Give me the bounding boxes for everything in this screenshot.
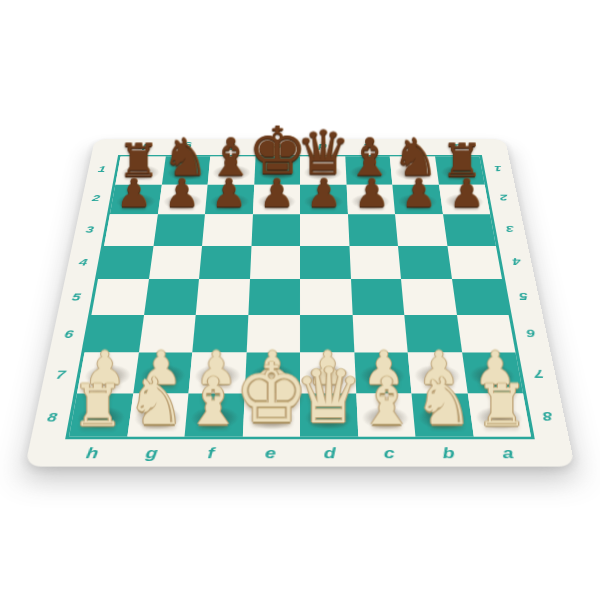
rank-label-right-8: 8 <box>530 395 566 439</box>
rank-label-left-3: 3 <box>75 213 104 245</box>
file-label-bottom-a: a <box>477 442 540 466</box>
file-label-bottom-d: d <box>300 442 360 466</box>
rank-label-left-8: 8 <box>34 395 70 439</box>
piece-black-pawn[interactable]: ♟ <box>401 173 436 212</box>
file-label-top-d: d <box>300 140 345 154</box>
rank-label-left-5: 5 <box>60 279 92 315</box>
square-h3[interactable] <box>104 214 157 245</box>
file-label-bottom-h: h <box>60 442 123 466</box>
rank-label-right-2: 2 <box>490 183 518 213</box>
file-labels-top: hgfedcba <box>118 140 481 154</box>
square-a3[interactable] <box>443 214 496 245</box>
rank-label-right-3: 3 <box>496 213 525 245</box>
file-label-bottom-b: b <box>418 442 480 466</box>
square-c5[interactable] <box>351 279 405 315</box>
square-d4[interactable] <box>300 246 351 279</box>
square-f4[interactable] <box>199 246 251 279</box>
file-label-bottom-g: g <box>120 442 182 466</box>
piece-black-pawn[interactable]: ♟ <box>354 173 389 212</box>
file-label-bottom-c: c <box>359 442 420 466</box>
square-g4[interactable] <box>149 246 203 279</box>
piece-white-rook[interactable]: ♜ <box>476 376 528 434</box>
square-b4[interactable] <box>398 246 452 279</box>
square-h2[interactable]: ♟ <box>110 185 162 215</box>
square-h4[interactable] <box>98 246 153 279</box>
square-b3[interactable] <box>395 214 447 245</box>
square-f2[interactable]: ♟ <box>205 185 254 215</box>
square-b2[interactable]: ♟ <box>392 185 442 215</box>
piece-black-pawn[interactable]: ♟ <box>448 173 483 212</box>
rank-label-left-1: 1 <box>88 155 115 183</box>
rank-label-right-1: 1 <box>485 155 512 183</box>
rank-label-left-4: 4 <box>68 245 98 279</box>
square-d5[interactable] <box>300 279 352 315</box>
piece-white-queen[interactable]: ♛ <box>295 358 364 434</box>
square-g3[interactable] <box>153 214 205 245</box>
piece-black-pawn[interactable]: ♟ <box>306 173 341 212</box>
square-b8[interactable]: ♞ <box>411 393 473 436</box>
piece-black-pawn[interactable]: ♟ <box>259 173 294 212</box>
piece-white-knight[interactable]: ♞ <box>415 370 473 435</box>
file-labels-bottom: hgfedcba <box>60 442 540 466</box>
square-a2[interactable]: ♟ <box>438 185 490 215</box>
square-c2[interactable]: ♟ <box>346 185 395 215</box>
play-grid: ♜♞♝♚♛♝♞♜♟♟♟♟♟♟♟♟♟♟♟♟♟♟♟♟♜♞♝♚♛♝♞♜ <box>65 155 535 439</box>
square-e8[interactable]: ♚ <box>242 393 300 436</box>
square-f3[interactable] <box>202 214 252 245</box>
piece-white-rook[interactable]: ♜ <box>72 376 124 434</box>
rank-label-left-6: 6 <box>52 315 85 354</box>
file-label-bottom-f: f <box>180 442 241 466</box>
square-a5[interactable] <box>452 279 509 315</box>
piece-white-knight[interactable]: ♞ <box>127 370 185 435</box>
square-c3[interactable] <box>348 214 398 245</box>
piece-black-pawn[interactable]: ♟ <box>164 173 199 212</box>
file-label-bottom-e: e <box>240 442 300 466</box>
square-c8[interactable]: ♝ <box>356 393 416 436</box>
piece-black-pawn[interactable]: ♟ <box>211 173 246 212</box>
file-label-top-e: e <box>255 140 300 154</box>
square-d8[interactable]: ♛ <box>300 393 358 436</box>
square-g8[interactable]: ♞ <box>127 393 189 436</box>
square-e4[interactable] <box>250 246 301 279</box>
file-label-top-c: c <box>345 140 391 154</box>
file-label-top-b: b <box>390 140 437 154</box>
square-d2[interactable]: ♟ <box>300 185 348 215</box>
square-a8[interactable]: ♜ <box>467 393 531 436</box>
square-e5[interactable] <box>248 279 300 315</box>
square-d3[interactable] <box>300 214 349 245</box>
square-e3[interactable] <box>251 214 300 245</box>
square-g2[interactable]: ♟ <box>157 185 207 215</box>
file-label-top-f: f <box>209 140 255 154</box>
piece-white-bishop[interactable]: ♝ <box>357 370 415 435</box>
square-h8[interactable]: ♜ <box>69 393 133 436</box>
rank-label-left-2: 2 <box>82 183 110 213</box>
rank-label-right-4: 4 <box>502 245 532 279</box>
square-g5[interactable] <box>144 279 199 315</box>
board-mat: 12345678 12345678 hgfedcba hgfedcba ♜♞♝♚… <box>25 139 575 466</box>
square-a4[interactable] <box>447 246 502 279</box>
square-b5[interactable] <box>401 279 456 315</box>
square-h5[interactable] <box>91 279 148 315</box>
file-label-top-g: g <box>164 140 211 154</box>
piece-black-pawn[interactable]: ♟ <box>116 173 151 212</box>
file-label-top-h: h <box>118 140 165 154</box>
file-label-top-a: a <box>434 140 481 154</box>
rank-label-right-5: 5 <box>508 279 540 315</box>
square-f5[interactable] <box>196 279 250 315</box>
chess-board-scene: 12345678 12345678 hgfedcba hgfedcba ♜♞♝♚… <box>65 44 535 514</box>
rank-label-right-6: 6 <box>515 315 548 354</box>
square-e2[interactable]: ♟ <box>252 185 300 215</box>
square-c4[interactable] <box>349 246 401 279</box>
